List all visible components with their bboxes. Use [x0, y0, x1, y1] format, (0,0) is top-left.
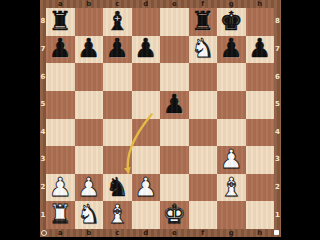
- square-g4[interactable]: [217, 119, 246, 147]
- file-label-h: h: [246, 0, 275, 8]
- square-g8[interactable]: ♚: [217, 8, 246, 36]
- square-e2[interactable]: [160, 174, 189, 202]
- square-h2[interactable]: [246, 174, 275, 202]
- square-h8[interactable]: [246, 8, 275, 36]
- file-label-a: a: [46, 229, 75, 237]
- black-bishop-c8[interactable]: ♝: [106, 8, 129, 34]
- white-bishop-c1[interactable]: ♝: [106, 201, 129, 227]
- square-h3[interactable]: [246, 146, 275, 174]
- square-h6[interactable]: [246, 63, 275, 91]
- file-label-d: d: [132, 0, 161, 8]
- square-f3[interactable]: [189, 146, 218, 174]
- white-knight-f7[interactable]: ♞: [191, 35, 214, 61]
- white-rook-a1[interactable]: ♜: [49, 201, 72, 227]
- square-g3[interactable]: ♟: [217, 146, 246, 174]
- black-knight-c2[interactable]: ♞: [106, 174, 129, 200]
- square-g7[interactable]: ♟: [217, 36, 246, 64]
- square-g1[interactable]: [217, 201, 246, 229]
- black-pawn-c7[interactable]: ♟: [106, 35, 129, 61]
- file-label-h: h: [246, 229, 275, 237]
- file-label-d: d: [132, 229, 161, 237]
- square-f1[interactable]: [189, 201, 218, 229]
- chess-board: abcdefgh abcdefgh 87654321 87654321 ♜♝♜♚…: [40, 0, 281, 237]
- square-f7[interactable]: ♞: [189, 36, 218, 64]
- square-f6[interactable]: [189, 63, 218, 91]
- square-a3[interactable]: [46, 146, 75, 174]
- square-d4[interactable]: [132, 119, 161, 147]
- file-label-g: g: [217, 229, 246, 237]
- square-c8[interactable]: ♝: [103, 8, 132, 36]
- square-b2[interactable]: ♟: [75, 174, 104, 202]
- white-pawn-a2[interactable]: ♟: [49, 174, 72, 200]
- black-pawn-a7[interactable]: ♟: [49, 35, 72, 61]
- square-e6[interactable]: [160, 63, 189, 91]
- square-e5[interactable]: ♟: [160, 91, 189, 119]
- square-a8[interactable]: ♜: [46, 8, 75, 36]
- square-h4[interactable]: [246, 119, 275, 147]
- square-c7[interactable]: ♟: [103, 36, 132, 64]
- rank-label-3: 3: [274, 146, 281, 174]
- board-grid: ♜♝♜♚♟♟♟♟♞♟♟♟♟♟♟♞♟♝♜♞♝♚: [46, 8, 274, 229]
- square-h1[interactable]: [246, 201, 275, 229]
- square-a1[interactable]: ♜: [46, 201, 75, 229]
- square-b8[interactable]: [75, 8, 104, 36]
- file-label-f: f: [189, 229, 218, 237]
- corner-circle-icon: [41, 230, 47, 236]
- file-label-c: c: [103, 229, 132, 237]
- square-d1[interactable]: [132, 201, 161, 229]
- black-king-g8[interactable]: ♚: [220, 8, 243, 34]
- white-knight-b1[interactable]: ♞: [77, 201, 100, 227]
- black-pawn-g7[interactable]: ♟: [220, 35, 243, 61]
- square-a7[interactable]: ♟: [46, 36, 75, 64]
- square-c1[interactable]: ♝: [103, 201, 132, 229]
- white-king-e1[interactable]: ♚: [163, 201, 186, 227]
- file-labels-bottom: abcdefgh: [46, 229, 274, 237]
- square-d3[interactable]: [132, 146, 161, 174]
- square-c6[interactable]: [103, 63, 132, 91]
- square-c4[interactable]: [103, 119, 132, 147]
- square-e4[interactable]: [160, 119, 189, 147]
- square-f4[interactable]: [189, 119, 218, 147]
- square-a2[interactable]: ♟: [46, 174, 75, 202]
- square-c3[interactable]: [103, 146, 132, 174]
- black-pawn-b7[interactable]: ♟: [77, 35, 100, 61]
- file-label-e: e: [160, 229, 189, 237]
- square-f8[interactable]: ♜: [189, 8, 218, 36]
- square-c2[interactable]: ♞: [103, 174, 132, 202]
- square-e7[interactable]: [160, 36, 189, 64]
- square-b1[interactable]: ♞: [75, 201, 104, 229]
- black-rook-a8[interactable]: ♜: [49, 8, 72, 34]
- square-a6[interactable]: [46, 63, 75, 91]
- square-b5[interactable]: [75, 91, 104, 119]
- square-f2[interactable]: [189, 174, 218, 202]
- rank-label-1: 1: [274, 201, 281, 229]
- file-label-b: b: [75, 0, 104, 8]
- square-h5[interactable]: [246, 91, 275, 119]
- square-e8[interactable]: [160, 8, 189, 36]
- square-g5[interactable]: [217, 91, 246, 119]
- white-pawn-g3[interactable]: ♟: [220, 146, 243, 172]
- square-d8[interactable]: [132, 8, 161, 36]
- black-pawn-h7[interactable]: ♟: [248, 35, 271, 61]
- square-d7[interactable]: ♟: [132, 36, 161, 64]
- square-c5[interactable]: [103, 91, 132, 119]
- rank-labels-right: 87654321: [274, 8, 281, 229]
- square-b4[interactable]: [75, 119, 104, 147]
- rank-label-8: 8: [274, 8, 281, 36]
- square-b7[interactable]: ♟: [75, 36, 104, 64]
- rank-label-5: 5: [274, 91, 281, 119]
- square-d6[interactable]: [132, 63, 161, 91]
- video-frame: abcdefgh abcdefgh 87654321 87654321 ♜♝♜♚…: [0, 0, 320, 240]
- black-pawn-e5[interactable]: ♟: [163, 91, 186, 117]
- white-to-move-indicator: [274, 230, 279, 235]
- file-label-e: e: [160, 0, 189, 8]
- white-bishop-g2[interactable]: ♝: [220, 174, 243, 200]
- square-b6[interactable]: [75, 63, 104, 91]
- square-d2[interactable]: ♟: [132, 174, 161, 202]
- square-b3[interactable]: [75, 146, 104, 174]
- black-pawn-d7[interactable]: ♟: [134, 35, 157, 61]
- square-g6[interactable]: [217, 63, 246, 91]
- square-e1[interactable]: ♚: [160, 201, 189, 229]
- square-a4[interactable]: [46, 119, 75, 147]
- white-pawn-d2[interactable]: ♟: [134, 174, 157, 200]
- black-rook-f8[interactable]: ♜: [191, 8, 214, 34]
- square-a5[interactable]: [46, 91, 75, 119]
- square-d5[interactable]: [132, 91, 161, 119]
- white-pawn-b2[interactable]: ♟: [77, 174, 100, 200]
- file-label-b: b: [75, 229, 104, 237]
- rank-label-4: 4: [274, 119, 281, 147]
- square-g2[interactable]: ♝: [217, 174, 246, 202]
- square-f5[interactable]: [189, 91, 218, 119]
- rank-label-2: 2: [274, 174, 281, 202]
- square-h7[interactable]: ♟: [246, 36, 275, 64]
- rank-label-7: 7: [274, 36, 281, 64]
- square-e3[interactable]: [160, 146, 189, 174]
- rank-label-6: 6: [274, 63, 281, 91]
